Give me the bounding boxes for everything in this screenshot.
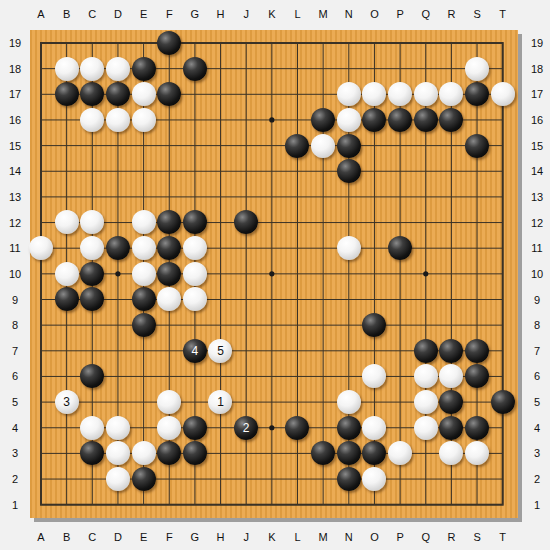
coordinate-label: 17 (531, 88, 543, 100)
black-stone-S4 (465, 416, 489, 440)
coordinate-label: 1 (12, 499, 18, 511)
white-stone-H5: 1 (208, 390, 232, 414)
white-stone-T17 (491, 82, 515, 106)
coordinate-label: 16 (9, 114, 21, 126)
white-stone-F5 (157, 390, 181, 414)
coordinate-label: C (88, 8, 96, 20)
coordinate-label: 18 (9, 63, 21, 75)
white-stone-B10 (55, 262, 79, 286)
coordinate-label: G (191, 8, 200, 20)
white-stone-B12 (55, 210, 79, 234)
black-stone-M3 (311, 441, 335, 465)
black-stone-E9 (132, 287, 156, 311)
coordinate-label: 7 (12, 345, 18, 357)
move-number-label: 2 (234, 416, 258, 440)
coordinate-label: 12 (9, 217, 21, 229)
black-stone-E18 (132, 57, 156, 81)
coordinate-label: 15 (9, 140, 21, 152)
white-stone-S3 (465, 441, 489, 465)
coordinate-label: 1 (534, 499, 540, 511)
coordinate-label: 8 (534, 319, 540, 331)
coordinate-label: L (294, 531, 300, 543)
black-stone-B9 (55, 287, 79, 311)
coordinate-label: 9 (534, 294, 540, 306)
black-stone-E8 (132, 313, 156, 337)
move-number-label: 1 (208, 390, 232, 414)
black-stone-T5 (491, 390, 515, 414)
white-stone-N11 (337, 236, 361, 260)
coordinate-label: M (319, 531, 328, 543)
black-stone-R16 (439, 108, 463, 132)
black-stone-N14 (337, 159, 361, 183)
coordinate-label: 10 (9, 268, 21, 280)
coordinate-label: 16 (531, 114, 543, 126)
move-number-label: 3 (55, 390, 79, 414)
black-stone-G3 (183, 441, 207, 465)
black-stone-C9 (80, 287, 104, 311)
white-stone-B18 (55, 57, 79, 81)
white-stone-E12 (132, 210, 156, 234)
coordinate-label: F (166, 8, 173, 20)
white-stone-O2 (362, 467, 386, 491)
coordinate-label: 11 (531, 242, 542, 254)
coordinate-label: M (319, 8, 328, 20)
white-stone-Q6 (414, 364, 438, 388)
white-stone-C18 (80, 57, 104, 81)
black-stone-Q7 (414, 339, 438, 363)
white-stone-P3 (388, 441, 412, 465)
coordinate-label: 5 (534, 396, 540, 408)
white-stone-O4 (362, 416, 386, 440)
white-stone-A11 (29, 236, 53, 260)
coordinate-label: 6 (534, 370, 540, 382)
coordinate-label: Q (421, 8, 430, 20)
coordinate-label: 14 (9, 165, 21, 177)
coordinate-label: D (114, 531, 122, 543)
coordinate-label: H (217, 531, 225, 543)
coordinate-label: 12 (531, 217, 543, 229)
white-stone-Q4 (414, 416, 438, 440)
black-stone-R5 (439, 390, 463, 414)
black-stone-D17 (106, 82, 130, 106)
coordinate-label: J (243, 531, 249, 543)
white-stone-S18 (465, 57, 489, 81)
white-stone-E17 (132, 82, 156, 106)
coordinate-label: 14 (531, 165, 543, 177)
coordinate-label: N (345, 8, 353, 20)
white-stone-B5: 3 (55, 390, 79, 414)
coordinate-label: P (396, 531, 403, 543)
coordinate-label: N (345, 531, 353, 543)
coordinate-label: 4 (12, 422, 18, 434)
black-stone-S7 (465, 339, 489, 363)
black-stone-L4 (285, 416, 309, 440)
white-stone-D3 (106, 441, 130, 465)
white-stone-C16 (80, 108, 104, 132)
white-stone-E11 (132, 236, 156, 260)
black-stone-G12 (183, 210, 207, 234)
black-stone-C6 (80, 364, 104, 388)
white-stone-E16 (132, 108, 156, 132)
black-stone-F17 (157, 82, 181, 106)
coordinate-label: 6 (12, 370, 18, 382)
move-number-label: 4 (183, 339, 207, 363)
coordinate-label: 11 (9, 242, 20, 254)
black-stone-C10 (80, 262, 104, 286)
white-stone-G10 (183, 262, 207, 286)
black-stone-N3 (337, 441, 361, 465)
coordinate-label: B (63, 531, 70, 543)
coordinate-label: A (37, 531, 44, 543)
black-stone-P16 (388, 108, 412, 132)
coordinate-label: H (217, 8, 225, 20)
black-stone-F19 (157, 31, 181, 55)
coordinate-label: K (268, 8, 275, 20)
white-stone-R3 (439, 441, 463, 465)
black-stone-P11 (388, 236, 412, 260)
white-stone-Q5 (414, 390, 438, 414)
coordinate-label: 7 (534, 345, 540, 357)
white-stone-Q17 (414, 82, 438, 106)
coordinate-label: 17 (9, 88, 21, 100)
coordinate-label: 13 (9, 191, 21, 203)
white-stone-O17 (362, 82, 386, 106)
coordinate-label: F (166, 531, 173, 543)
coordinate-label: D (114, 8, 122, 20)
white-stone-R6 (439, 364, 463, 388)
coordinate-label: 18 (531, 63, 543, 75)
white-stone-R17 (439, 82, 463, 106)
coordinate-label: 10 (531, 268, 543, 280)
white-stone-D18 (106, 57, 130, 81)
coordinate-label: 4 (534, 422, 540, 434)
coordinate-label: L (294, 8, 300, 20)
white-stone-N5 (337, 390, 361, 414)
coordinate-label: G (191, 531, 200, 543)
white-stone-O6 (362, 364, 386, 388)
black-stone-N2 (337, 467, 361, 491)
white-stone-D4 (106, 416, 130, 440)
black-stone-D11 (106, 236, 130, 260)
coordinate-label: 2 (534, 473, 540, 485)
black-stone-F12 (157, 210, 181, 234)
coordinate-label: 9 (12, 294, 18, 306)
coordinate-label: R (447, 531, 455, 543)
white-stone-F9 (157, 287, 181, 311)
coordinate-label: 8 (12, 319, 18, 331)
coordinate-label: P (396, 8, 403, 20)
coordinate-label: K (268, 531, 275, 543)
coordinate-label: T (499, 8, 506, 20)
coordinate-label: 19 (9, 37, 21, 49)
coordinate-label: A (37, 8, 44, 20)
go-game-screenshot: ABCDEFGHJKLMNOPQRST ABCDEFGHJKLMNOPQRST … (0, 0, 550, 550)
coordinate-label: 3 (12, 447, 18, 459)
black-stone-E2 (132, 467, 156, 491)
move-number-label: 5 (208, 339, 232, 363)
coordinate-label: S (473, 8, 480, 20)
coordinate-label: E (140, 8, 147, 20)
black-stone-J12 (234, 210, 258, 234)
black-stone-B17 (55, 82, 79, 106)
white-stone-P17 (388, 82, 412, 106)
black-stone-L15 (285, 134, 309, 158)
white-stone-E10 (132, 262, 156, 286)
white-stone-E3 (132, 441, 156, 465)
white-stone-D2 (106, 467, 130, 491)
black-stone-O16 (362, 108, 386, 132)
black-stone-S15 (465, 134, 489, 158)
black-stone-N15 (337, 134, 361, 158)
coordinate-label: 15 (531, 140, 543, 152)
coordinate-label: E (140, 531, 147, 543)
white-stone-C12 (80, 210, 104, 234)
black-stone-G4 (183, 416, 207, 440)
coordinate-label: R (447, 8, 455, 20)
coordinate-label: C (88, 531, 96, 543)
black-stone-C17 (80, 82, 104, 106)
white-stone-M15 (311, 134, 335, 158)
coordinate-label: 3 (534, 447, 540, 459)
white-stone-H7: 5 (208, 339, 232, 363)
black-stone-Q16 (414, 108, 438, 132)
coordinate-label: T (499, 531, 506, 543)
black-stone-G18 (183, 57, 207, 81)
black-stone-F10 (157, 262, 181, 286)
coordinate-label: B (63, 8, 70, 20)
coordinate-label: 13 (531, 191, 543, 203)
white-stone-G9 (183, 287, 207, 311)
black-stone-M16 (311, 108, 335, 132)
coordinate-label: O (370, 8, 379, 20)
black-stone-S17 (465, 82, 489, 106)
coordinate-label: S (473, 531, 480, 543)
white-stone-G11 (183, 236, 207, 260)
coordinate-label: Q (421, 531, 430, 543)
black-stone-R4 (439, 416, 463, 440)
black-stone-O8 (362, 313, 386, 337)
black-stone-R7 (439, 339, 463, 363)
white-stone-N17 (337, 82, 361, 106)
coordinate-label: J (243, 8, 249, 20)
black-stone-S6 (465, 364, 489, 388)
black-stone-G7: 4 (183, 339, 207, 363)
white-stone-C4 (80, 416, 104, 440)
black-stone-C3 (80, 441, 104, 465)
coordinate-label: 2 (12, 473, 18, 485)
stones-layer: 42531 (28, 30, 515, 517)
coordinate-label: 19 (531, 37, 543, 49)
coordinate-label: 5 (12, 396, 18, 408)
black-stone-N4 (337, 416, 361, 440)
black-stone-F11 (157, 236, 181, 260)
black-stone-J4: 2 (234, 416, 258, 440)
white-stone-D16 (106, 108, 130, 132)
black-stone-O3 (362, 441, 386, 465)
coordinate-label: O (370, 531, 379, 543)
white-stone-N16 (337, 108, 361, 132)
black-stone-F3 (157, 441, 181, 465)
white-stone-C11 (80, 236, 104, 260)
white-stone-F4 (157, 416, 181, 440)
